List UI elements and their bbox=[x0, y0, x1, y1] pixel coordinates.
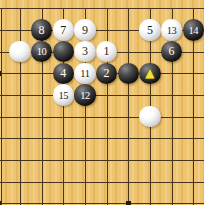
move-number: 13 bbox=[161, 20, 182, 41]
move-number: 12 bbox=[74, 85, 95, 106]
move-number: 5 bbox=[139, 20, 160, 41]
stone-white: 11 bbox=[74, 63, 95, 84]
board-point-H17[interactable]: 3 bbox=[74, 41, 96, 63]
board-point-F17[interactable]: 10 bbox=[31, 41, 53, 63]
stone-black: 10 bbox=[31, 41, 52, 62]
move-number: 7 bbox=[53, 20, 74, 41]
move-number: 4 bbox=[53, 63, 74, 84]
stone-black: 2 bbox=[96, 63, 117, 84]
board-point-G18[interactable]: 7 bbox=[52, 19, 74, 41]
board-point-L14[interactable] bbox=[139, 106, 161, 128]
board-point-N18[interactable]: 14 bbox=[182, 19, 204, 41]
go-diagram: 87951314103164112▲1512 bbox=[0, 0, 204, 205]
board-points-grid: 87951314103164112▲1512 bbox=[0, 0, 204, 205]
move-number: 14 bbox=[183, 20, 204, 41]
stone-white bbox=[139, 106, 160, 127]
board-point-H15[interactable]: 12 bbox=[74, 84, 96, 106]
board-point-J17[interactable]: 1 bbox=[96, 41, 118, 63]
move-number: 10 bbox=[31, 41, 52, 62]
stone-white bbox=[9, 41, 30, 62]
stone-white: 7 bbox=[53, 19, 74, 40]
move-number: 9 bbox=[74, 20, 95, 41]
board-point-L16[interactable]: ▲ bbox=[139, 63, 161, 85]
stone-black bbox=[118, 63, 139, 84]
board-point-F18[interactable]: 8 bbox=[31, 19, 53, 41]
stone-black bbox=[53, 41, 74, 62]
triangle-marker-icon: ▲ bbox=[139, 63, 160, 84]
board-point-M18[interactable]: 13 bbox=[161, 19, 183, 41]
board-point-G16[interactable]: 4 bbox=[52, 63, 74, 85]
stone-white: 15 bbox=[53, 84, 74, 105]
move-number: 15 bbox=[53, 85, 74, 106]
stone-white: 1 bbox=[96, 41, 117, 62]
move-number: 1 bbox=[96, 41, 117, 62]
stone-black: 14 bbox=[183, 19, 204, 40]
stone-white: 13 bbox=[161, 19, 182, 40]
move-number: 6 bbox=[161, 41, 182, 62]
stone-black: ▲ bbox=[139, 63, 160, 84]
move-number: 8 bbox=[31, 20, 52, 41]
stone-black: 8 bbox=[31, 19, 52, 40]
board-point-L18[interactable]: 5 bbox=[139, 19, 161, 41]
board-point-G15[interactable]: 15 bbox=[52, 84, 74, 106]
move-number: 3 bbox=[74, 41, 95, 62]
stone-black: 12 bbox=[74, 84, 95, 105]
board-point-J16[interactable]: 2 bbox=[96, 63, 118, 85]
stone-black: 6 bbox=[161, 41, 182, 62]
board-point-H18[interactable]: 9 bbox=[74, 19, 96, 41]
stone-white: 9 bbox=[74, 19, 95, 40]
move-number: 11 bbox=[74, 63, 95, 84]
board-point-K16[interactable] bbox=[117, 63, 139, 85]
stone-white: 5 bbox=[139, 19, 160, 40]
board-point-M17[interactable]: 6 bbox=[161, 41, 183, 63]
stone-white: 3 bbox=[74, 41, 95, 62]
move-number: 2 bbox=[96, 63, 117, 84]
stone-black: 4 bbox=[53, 63, 74, 84]
board-point-E17[interactable] bbox=[9, 41, 31, 63]
board-point-H16[interactable]: 11 bbox=[74, 63, 96, 85]
board-point-G17[interactable] bbox=[52, 41, 74, 63]
